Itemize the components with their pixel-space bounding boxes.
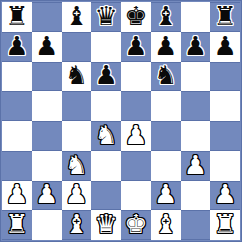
square-g8[interactable] bbox=[181, 2, 211, 32]
black-rook-icon: ♜ bbox=[5, 3, 28, 29]
square-g7[interactable]: ♟ bbox=[181, 32, 211, 62]
black-bishop-icon: ♝ bbox=[65, 3, 88, 29]
square-h5[interactable] bbox=[210, 91, 240, 121]
square-e7[interactable]: ♟ bbox=[121, 32, 151, 62]
square-b5[interactable] bbox=[32, 91, 62, 121]
black-king-icon: ♚ bbox=[124, 3, 147, 29]
black-pawn-icon: ♟ bbox=[5, 33, 28, 59]
white-pawn-icon: ♟ bbox=[213, 181, 236, 207]
square-d4[interactable]: ♞ bbox=[91, 121, 121, 151]
square-e4[interactable]: ♟ bbox=[121, 121, 151, 151]
square-d3[interactable] bbox=[91, 151, 121, 181]
square-d7[interactable] bbox=[91, 32, 121, 62]
square-d1[interactable]: ♛ bbox=[91, 210, 121, 240]
square-b6[interactable] bbox=[32, 62, 62, 92]
square-b1[interactable] bbox=[32, 210, 62, 240]
square-c4[interactable] bbox=[62, 121, 92, 151]
square-g1[interactable] bbox=[181, 210, 211, 240]
square-h4[interactable] bbox=[210, 121, 240, 151]
square-a4[interactable] bbox=[2, 121, 32, 151]
square-e3[interactable] bbox=[121, 151, 151, 181]
square-f2[interactable]: ♟ bbox=[151, 181, 181, 211]
square-f4[interactable] bbox=[151, 121, 181, 151]
square-e8[interactable]: ♚ bbox=[121, 2, 151, 32]
black-knight-icon: ♞ bbox=[154, 62, 177, 88]
black-pawn-icon: ♟ bbox=[124, 33, 147, 59]
square-d8[interactable]: ♛ bbox=[91, 2, 121, 32]
square-d2[interactable] bbox=[91, 181, 121, 211]
square-e6[interactable] bbox=[121, 62, 151, 92]
square-h2[interactable]: ♟ bbox=[210, 181, 240, 211]
white-pawn-icon: ♟ bbox=[154, 181, 177, 207]
square-g6[interactable] bbox=[181, 62, 211, 92]
black-queen-icon: ♛ bbox=[94, 3, 117, 29]
square-b8[interactable] bbox=[32, 2, 62, 32]
square-a8[interactable]: ♜ bbox=[2, 2, 32, 32]
square-d6[interactable]: ♟ bbox=[91, 62, 121, 92]
white-pawn-icon: ♟ bbox=[184, 152, 207, 178]
square-f6[interactable]: ♞ bbox=[151, 62, 181, 92]
square-c7[interactable] bbox=[62, 32, 92, 62]
chess-board: ♜♝♛♚♝♜♟♟♟♟♟♟♞♟♞♞♟♞♟♟♟♟♟♟♜♝♛♚♝♜ bbox=[2, 2, 240, 240]
square-c6[interactable]: ♞ bbox=[62, 62, 92, 92]
white-queen-icon: ♛ bbox=[94, 211, 117, 237]
square-b2[interactable]: ♟ bbox=[32, 181, 62, 211]
square-e1[interactable]: ♚ bbox=[121, 210, 151, 240]
square-b3[interactable] bbox=[32, 151, 62, 181]
square-c3[interactable]: ♞ bbox=[62, 151, 92, 181]
black-pawn-icon: ♟ bbox=[154, 33, 177, 59]
black-pawn-icon: ♟ bbox=[94, 62, 117, 88]
square-h7[interactable]: ♟ bbox=[210, 32, 240, 62]
black-pawn-icon: ♟ bbox=[184, 33, 207, 59]
square-a6[interactable] bbox=[2, 62, 32, 92]
square-b4[interactable] bbox=[32, 121, 62, 151]
white-bishop-icon: ♝ bbox=[154, 211, 177, 237]
square-f3[interactable] bbox=[151, 151, 181, 181]
white-knight-icon: ♞ bbox=[65, 152, 88, 178]
black-knight-icon: ♞ bbox=[65, 62, 88, 88]
square-h8[interactable]: ♜ bbox=[210, 2, 240, 32]
square-e5[interactable] bbox=[121, 91, 151, 121]
white-knight-icon: ♞ bbox=[94, 122, 117, 148]
black-pawn-icon: ♟ bbox=[213, 33, 236, 59]
square-h1[interactable]: ♜ bbox=[210, 210, 240, 240]
black-pawn-icon: ♟ bbox=[35, 33, 58, 59]
square-d5[interactable] bbox=[91, 91, 121, 121]
chess-board-frame: ♜♝♛♚♝♜♟♟♟♟♟♟♞♟♞♞♟♞♟♟♟♟♟♟♜♝♛♚♝♜ bbox=[0, 0, 242, 242]
square-f1[interactable]: ♝ bbox=[151, 210, 181, 240]
white-bishop-icon: ♝ bbox=[65, 211, 88, 237]
square-f5[interactable] bbox=[151, 91, 181, 121]
square-h6[interactable] bbox=[210, 62, 240, 92]
square-f7[interactable]: ♟ bbox=[151, 32, 181, 62]
white-pawn-icon: ♟ bbox=[65, 181, 88, 207]
square-g5[interactable] bbox=[181, 91, 211, 121]
square-a1[interactable]: ♜ bbox=[2, 210, 32, 240]
black-bishop-icon: ♝ bbox=[154, 3, 177, 29]
square-a3[interactable] bbox=[2, 151, 32, 181]
square-c2[interactable]: ♟ bbox=[62, 181, 92, 211]
square-g4[interactable] bbox=[181, 121, 211, 151]
white-pawn-icon: ♟ bbox=[5, 181, 28, 207]
square-c1[interactable]: ♝ bbox=[62, 210, 92, 240]
square-h3[interactable] bbox=[210, 151, 240, 181]
white-rook-icon: ♜ bbox=[213, 211, 236, 237]
square-g3[interactable]: ♟ bbox=[181, 151, 211, 181]
square-f8[interactable]: ♝ bbox=[151, 2, 181, 32]
square-e2[interactable] bbox=[121, 181, 151, 211]
square-g2[interactable] bbox=[181, 181, 211, 211]
square-a7[interactable]: ♟ bbox=[2, 32, 32, 62]
white-king-icon: ♚ bbox=[124, 211, 147, 237]
white-pawn-icon: ♟ bbox=[35, 181, 58, 207]
square-c5[interactable] bbox=[62, 91, 92, 121]
white-pawn-icon: ♟ bbox=[124, 122, 147, 148]
square-a5[interactable] bbox=[2, 91, 32, 121]
square-a2[interactable]: ♟ bbox=[2, 181, 32, 211]
black-rook-icon: ♜ bbox=[213, 3, 236, 29]
square-c8[interactable]: ♝ bbox=[62, 2, 92, 32]
square-b7[interactable]: ♟ bbox=[32, 32, 62, 62]
white-rook-icon: ♜ bbox=[5, 211, 28, 237]
